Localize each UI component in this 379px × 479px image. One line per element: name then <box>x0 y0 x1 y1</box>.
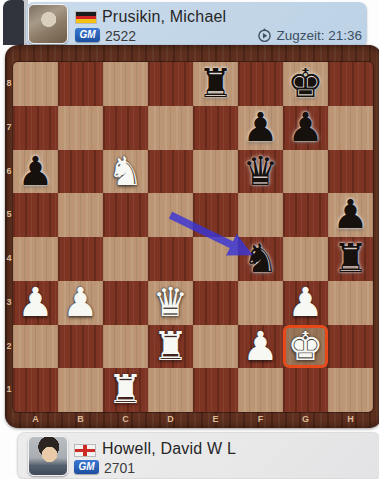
square-e6[interactable] <box>193 150 238 194</box>
square-f8[interactable] <box>238 62 283 106</box>
square-a2[interactable] <box>13 325 58 369</box>
square-f4[interactable]: ♞ <box>238 237 283 281</box>
rank-label-7: 7 <box>5 106 13 150</box>
black-pawn-g7[interactable]: ♟ <box>283 106 328 150</box>
square-h8[interactable] <box>328 62 373 106</box>
top-player-avatar <box>28 4 68 44</box>
black-pawn-a6[interactable]: ♟ <box>13 150 58 194</box>
square-d6[interactable] <box>148 150 193 194</box>
rank-label-6: 6 <box>5 150 13 194</box>
top-player-title-badge: GM <box>75 28 100 42</box>
square-e4[interactable] <box>193 237 238 281</box>
move-time-label: Zugzeit: 21:36 <box>276 28 362 43</box>
white-pawn-b3[interactable]: ♟ <box>58 281 103 325</box>
square-g7[interactable]: ♟ <box>283 106 328 150</box>
move-time-clock: Zugzeit: 21:36 <box>257 28 362 43</box>
top-player-name: Prusikin, Michael <box>102 8 226 26</box>
square-b6[interactable] <box>58 150 103 194</box>
white-rook-d2[interactable]: ♜ <box>148 325 193 369</box>
square-e2[interactable] <box>193 325 238 369</box>
bottom-player-name: Howell, David W L <box>102 440 236 458</box>
square-a5[interactable] <box>13 193 58 237</box>
square-b7[interactable] <box>58 106 103 150</box>
square-f7[interactable]: ♟ <box>238 106 283 150</box>
square-b5[interactable] <box>58 193 103 237</box>
bottom-player-rating: 2701 <box>104 460 135 476</box>
black-rook-h4[interactable]: ♜ <box>328 237 373 281</box>
rank-label-8: 8 <box>5 62 13 106</box>
square-c7[interactable] <box>103 106 148 150</box>
file-label-g: G <box>283 414 328 424</box>
white-pawn-a3[interactable]: ♟ <box>13 281 58 325</box>
square-d7[interactable] <box>148 106 193 150</box>
square-c4[interactable] <box>103 237 148 281</box>
file-label-e: E <box>193 414 238 424</box>
square-b1[interactable] <box>58 368 103 412</box>
broadcast-widget: Prusikin, Michael GM 2522 Zugzeit: 21:36… <box>0 0 379 479</box>
square-b4[interactable] <box>58 237 103 281</box>
white-pawn-f2[interactable]: ♟ <box>238 325 283 369</box>
rank-label-2: 2 <box>5 325 13 369</box>
england-flag-icon <box>74 444 96 457</box>
square-c5[interactable] <box>103 193 148 237</box>
square-g5[interactable] <box>283 193 328 237</box>
square-g3[interactable]: ♟ <box>283 281 328 325</box>
black-rook-e8[interactable]: ♜ <box>193 62 238 106</box>
file-label-c: C <box>103 414 148 424</box>
stopwatch-icon <box>257 28 272 43</box>
square-c3[interactable] <box>103 281 148 325</box>
rank-label-3: 3 <box>5 281 13 325</box>
square-g8[interactable]: ♚ <box>283 62 328 106</box>
square-a4[interactable] <box>13 237 58 281</box>
square-h6[interactable] <box>328 150 373 194</box>
square-e1[interactable] <box>193 368 238 412</box>
black-queen-f6[interactable]: ♛ <box>238 150 283 194</box>
white-rook-c1[interactable]: ♜ <box>103 368 148 412</box>
black-pawn-f7[interactable]: ♟ <box>238 106 283 150</box>
file-label-b: B <box>58 414 103 424</box>
black-knight-f4[interactable]: ♞ <box>238 237 283 281</box>
white-knight-c6[interactable]: ♞ <box>103 150 148 194</box>
square-f6[interactable]: ♛ <box>238 150 283 194</box>
black-king-g8[interactable]: ♚ <box>283 62 328 106</box>
file-label-f: F <box>238 414 283 424</box>
rank-label-5: 5 <box>5 193 13 237</box>
square-b2[interactable] <box>58 325 103 369</box>
bottom-player-panel: Howell, David W L GM 2701 <box>17 432 379 479</box>
square-c6[interactable]: ♞ <box>103 150 148 194</box>
top-player-rating: 2522 <box>105 28 136 44</box>
square-b3[interactable]: ♟ <box>58 281 103 325</box>
square-e5[interactable] <box>193 193 238 237</box>
square-d1[interactable] <box>148 368 193 412</box>
black-pawn-h5[interactable]: ♟ <box>328 193 373 237</box>
top-player-panel: Prusikin, Michael GM 2522 Zugzeit: 21:36 <box>26 2 367 48</box>
file-label-h: H <box>328 414 373 424</box>
square-d3[interactable]: ♛ <box>148 281 193 325</box>
square-d8[interactable] <box>148 62 193 106</box>
square-c2[interactable] <box>103 325 148 369</box>
germany-flag-icon <box>75 11 97 24</box>
square-c1[interactable]: ♜ <box>103 368 148 412</box>
white-queen-d3[interactable]: ♛ <box>148 281 193 325</box>
square-d5[interactable] <box>148 193 193 237</box>
window-corner-decoration <box>3 0 24 45</box>
square-a7[interactable] <box>13 106 58 150</box>
white-king-g2[interactable]: ♚ <box>283 325 328 369</box>
square-h4[interactable]: ♜ <box>328 237 373 281</box>
square-e3[interactable] <box>193 281 238 325</box>
square-f2[interactable]: ♟ <box>238 325 283 369</box>
square-d2[interactable]: ♜ <box>148 325 193 369</box>
square-a6[interactable]: ♟ <box>13 150 58 194</box>
square-a1[interactable] <box>13 368 58 412</box>
square-f3[interactable] <box>238 281 283 325</box>
square-f1[interactable] <box>238 368 283 412</box>
file-label-a: A <box>13 414 58 424</box>
square-d4[interactable] <box>148 237 193 281</box>
square-h1[interactable] <box>328 368 373 412</box>
chess-board[interactable]: ♜♚♟♟♟♞♛♟♞♜♟♟♛♟♜♟♚♜ <box>13 62 373 412</box>
rank-label-1: 1 <box>5 368 13 412</box>
square-h5[interactable]: ♟ <box>328 193 373 237</box>
square-e7[interactable] <box>193 106 238 150</box>
square-g6[interactable] <box>283 150 328 194</box>
rank-label-4: 4 <box>5 237 13 281</box>
bottom-player-title-badge: GM <box>74 460 99 474</box>
bottom-player-avatar <box>28 436 68 476</box>
square-b8[interactable] <box>58 62 103 106</box>
square-a8[interactable] <box>13 62 58 106</box>
square-g1[interactable] <box>283 368 328 412</box>
square-c8[interactable] <box>103 62 148 106</box>
square-g2[interactable]: ♚ <box>283 325 328 369</box>
square-e8[interactable]: ♜ <box>193 62 238 106</box>
file-label-d: D <box>148 414 193 424</box>
square-h3[interactable] <box>328 281 373 325</box>
square-a3[interactable]: ♟ <box>13 281 58 325</box>
square-g4[interactable] <box>283 237 328 281</box>
square-f5[interactable] <box>238 193 283 237</box>
white-pawn-g3[interactable]: ♟ <box>283 281 328 325</box>
square-h2[interactable] <box>328 325 373 369</box>
square-h7[interactable] <box>328 106 373 150</box>
chess-board-frame: ♜♚♟♟♟♞♛♟♞♜♟♟♛♟♜♟♚♜ 87654321ABCDEFGH <box>5 45 379 428</box>
